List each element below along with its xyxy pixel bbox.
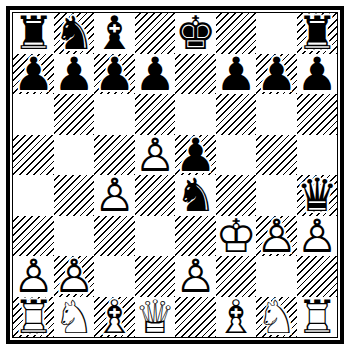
black-pawn-icon: ♟ — [175, 135, 216, 176]
white-pawn-icon: ♟♙ — [297, 216, 338, 257]
square-a5[interactable] — [13, 135, 54, 176]
square-c5[interactable] — [94, 135, 135, 176]
white-pawn-icon: ♟♙ — [135, 135, 176, 176]
square-e4[interactable]: ♞ — [175, 175, 216, 216]
square-d6[interactable] — [135, 94, 176, 135]
white-bishop-icon: ♝♗ — [94, 297, 135, 338]
square-e3[interactable] — [175, 216, 216, 257]
square-c7[interactable]: ♟ — [94, 54, 135, 95]
square-e6[interactable] — [175, 94, 216, 135]
square-c2[interactable] — [94, 256, 135, 297]
square-g2[interactable] — [256, 256, 297, 297]
square-a2[interactable]: ♟♙ — [13, 256, 54, 297]
square-f8[interactable] — [216, 13, 257, 54]
square-e8[interactable]: ♚ — [175, 13, 216, 54]
square-c1[interactable]: ♝♗ — [94, 297, 135, 338]
black-queen-icon: ♛ — [297, 175, 338, 216]
square-c8[interactable]: ♝ — [94, 13, 135, 54]
black-pawn-icon: ♟ — [13, 54, 54, 95]
square-f2[interactable] — [216, 256, 257, 297]
square-d3[interactable] — [135, 216, 176, 257]
white-rook-icon: ♜♖ — [297, 297, 338, 338]
black-pawn-icon: ♟ — [297, 54, 338, 95]
white-pawn-icon: ♟♙ — [256, 216, 297, 257]
white-pawn-icon: ♟♙ — [175, 256, 216, 297]
square-e7[interactable] — [175, 54, 216, 95]
square-b5[interactable] — [54, 135, 95, 176]
square-h2[interactable] — [297, 256, 338, 297]
white-pawn-icon: ♟♙ — [94, 175, 135, 216]
black-knight-icon: ♞ — [54, 13, 95, 54]
square-b8[interactable]: ♞ — [54, 13, 95, 54]
square-d8[interactable] — [135, 13, 176, 54]
white-bishop-icon: ♝♗ — [216, 297, 257, 338]
square-a6[interactable] — [13, 94, 54, 135]
square-g8[interactable] — [256, 13, 297, 54]
square-g7[interactable]: ♟ — [256, 54, 297, 95]
square-b2[interactable]: ♟♙ — [54, 256, 95, 297]
square-c3[interactable] — [94, 216, 135, 257]
square-b6[interactable] — [54, 94, 95, 135]
white-pawn-icon: ♟♙ — [54, 256, 95, 297]
square-h5[interactable] — [297, 135, 338, 176]
square-d7[interactable]: ♟ — [135, 54, 176, 95]
square-h3[interactable]: ♟♙ — [297, 216, 338, 257]
chess-board: ♜♞♝♚♜♟♟♟♟♟♟♟♟♙♟♟♙♞♛♚♔♟♙♟♙♟♙♟♙♟♙♜♖♞♘♝♗♛♕♝… — [12, 12, 338, 338]
square-d4[interactable] — [135, 175, 176, 216]
black-king-icon: ♚ — [175, 13, 216, 54]
black-rook-icon: ♜ — [297, 13, 338, 54]
white-queen-icon: ♛♕ — [135, 297, 176, 338]
square-b1[interactable]: ♞♘ — [54, 297, 95, 338]
white-rook-icon: ♜♖ — [13, 297, 54, 338]
white-king-icon: ♚♔ — [216, 216, 257, 257]
white-knight-icon: ♞♘ — [54, 297, 95, 338]
square-g4[interactable] — [256, 175, 297, 216]
square-a8[interactable]: ♜ — [13, 13, 54, 54]
square-f4[interactable] — [216, 175, 257, 216]
square-f6[interactable] — [216, 94, 257, 135]
black-rook-icon: ♜ — [13, 13, 54, 54]
square-f1[interactable]: ♝♗ — [216, 297, 257, 338]
square-d1[interactable]: ♛♕ — [135, 297, 176, 338]
square-g5[interactable] — [256, 135, 297, 176]
square-f5[interactable] — [216, 135, 257, 176]
square-d2[interactable] — [135, 256, 176, 297]
square-a4[interactable] — [13, 175, 54, 216]
square-h1[interactable]: ♜♖ — [297, 297, 338, 338]
square-c6[interactable] — [94, 94, 135, 135]
square-b7[interactable]: ♟ — [54, 54, 95, 95]
black-knight-icon: ♞ — [175, 175, 216, 216]
black-pawn-icon: ♟ — [54, 54, 95, 95]
square-g3[interactable]: ♟♙ — [256, 216, 297, 257]
black-pawn-icon: ♟ — [94, 54, 135, 95]
square-f7[interactable]: ♟ — [216, 54, 257, 95]
square-h4[interactable]: ♛ — [297, 175, 338, 216]
square-f3[interactable]: ♚♔ — [216, 216, 257, 257]
square-g6[interactable] — [256, 94, 297, 135]
square-d5[interactable]: ♟♙ — [135, 135, 176, 176]
square-e2[interactable]: ♟♙ — [175, 256, 216, 297]
square-a7[interactable]: ♟ — [13, 54, 54, 95]
board-frame: ♜♞♝♚♜♟♟♟♟♟♟♟♟♙♟♟♙♞♛♚♔♟♙♟♙♟♙♟♙♟♙♜♖♞♘♝♗♛♕♝… — [6, 6, 344, 344]
square-a3[interactable] — [13, 216, 54, 257]
square-g1[interactable]: ♞♘ — [256, 297, 297, 338]
square-e1[interactable] — [175, 297, 216, 338]
black-pawn-icon: ♟ — [216, 54, 257, 95]
square-b4[interactable] — [54, 175, 95, 216]
square-b3[interactable] — [54, 216, 95, 257]
square-h7[interactable]: ♟ — [297, 54, 338, 95]
square-h6[interactable] — [297, 94, 338, 135]
square-h8[interactable]: ♜ — [297, 13, 338, 54]
black-pawn-icon: ♟ — [135, 54, 176, 95]
white-pawn-icon: ♟♙ — [13, 256, 54, 297]
black-pawn-icon: ♟ — [256, 54, 297, 95]
square-e5[interactable]: ♟ — [175, 135, 216, 176]
square-c4[interactable]: ♟♙ — [94, 175, 135, 216]
square-a1[interactable]: ♜♖ — [13, 297, 54, 338]
white-knight-icon: ♞♘ — [256, 297, 297, 338]
black-bishop-icon: ♝ — [94, 13, 135, 54]
